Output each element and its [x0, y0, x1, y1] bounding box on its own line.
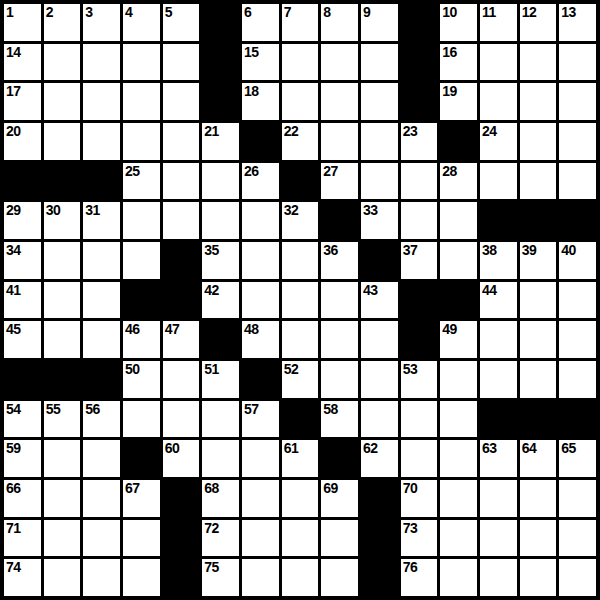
clue-number-39: 39 [522, 243, 537, 258]
open-cell-8-4[interactable]: 47 [163, 321, 200, 358]
clue-number-1: 1 [6, 5, 13, 20]
open-cell-3-9[interactable] [361, 123, 398, 160]
block-cell-3-6 [242, 123, 279, 160]
clue-number-76: 76 [403, 560, 418, 575]
open-cell-12-7[interactable] [282, 480, 319, 517]
open-cell-6-12[interactable]: 38 [480, 242, 517, 279]
open-cell-14-1[interactable] [44, 559, 81, 596]
clue-number-62: 62 [363, 441, 378, 456]
open-cell-12-13[interactable] [520, 480, 557, 517]
crossword-board: 1234567891011121314151617181920212223242… [0, 0, 600, 600]
open-cell-10-5[interactable] [202, 401, 239, 438]
open-cell-4-8[interactable]: 27 [321, 163, 358, 200]
clue-number-3: 3 [85, 5, 92, 20]
open-cell-0-11[interactable]: 10 [440, 4, 477, 41]
clue-number-25: 25 [125, 164, 140, 179]
open-cell-6-14[interactable]: 40 [559, 242, 596, 279]
open-cell-5-5[interactable] [202, 202, 239, 239]
open-cell-8-0[interactable]: 45 [4, 321, 41, 358]
clue-number-30: 30 [46, 203, 61, 218]
clue-number-21: 21 [204, 124, 219, 139]
clue-number-54: 54 [6, 402, 21, 417]
block-cell-2-5 [202, 83, 239, 120]
clue-number-69: 69 [323, 481, 338, 496]
open-cell-10-9[interactable] [361, 401, 398, 438]
open-cell-1-0[interactable]: 14 [4, 44, 41, 81]
open-cell-4-14[interactable] [559, 163, 596, 200]
open-cell-6-10[interactable]: 37 [401, 242, 438, 279]
clue-number-64: 64 [522, 441, 537, 456]
block-cell-10-14 [559, 401, 596, 438]
clue-number-60: 60 [165, 441, 180, 456]
open-cell-1-13[interactable] [520, 44, 557, 81]
open-cell-14-8[interactable] [321, 559, 358, 596]
open-cell-12-12[interactable] [480, 480, 517, 517]
clue-number-22: 22 [284, 124, 299, 139]
open-cell-7-6[interactable] [242, 282, 279, 319]
open-cell-8-6[interactable]: 48 [242, 321, 279, 358]
open-cell-5-4[interactable] [163, 202, 200, 239]
open-cell-12-10[interactable]: 70 [401, 480, 438, 517]
block-cell-9-0 [4, 361, 41, 398]
clue-number-47: 47 [165, 322, 180, 337]
open-cell-10-10[interactable] [401, 401, 438, 438]
open-cell-3-8[interactable] [321, 123, 358, 160]
open-cell-5-7[interactable]: 32 [282, 202, 319, 239]
open-cell-7-12[interactable]: 44 [480, 282, 517, 319]
open-cell-1-2[interactable] [83, 44, 120, 81]
open-cell-8-13[interactable] [520, 321, 557, 358]
open-cell-7-9[interactable]: 43 [361, 282, 398, 319]
clue-number-36: 36 [323, 243, 338, 258]
open-cell-2-3[interactable] [123, 83, 160, 120]
clue-number-11: 11 [482, 5, 496, 20]
block-cell-14-9 [361, 559, 398, 596]
open-cell-13-5[interactable]: 72 [202, 520, 239, 557]
open-cell-10-3[interactable] [123, 401, 160, 438]
open-cell-9-11[interactable] [440, 361, 477, 398]
clue-number-55: 55 [46, 402, 61, 417]
open-cell-4-6[interactable]: 26 [242, 163, 279, 200]
clue-number-23: 23 [403, 124, 418, 139]
open-cell-3-7[interactable]: 22 [282, 123, 319, 160]
open-cell-12-3[interactable]: 67 [123, 480, 160, 517]
open-cell-6-8[interactable]: 36 [321, 242, 358, 279]
open-cell-11-7[interactable]: 61 [282, 440, 319, 477]
clue-number-24: 24 [482, 124, 497, 139]
open-cell-7-5[interactable]: 42 [202, 282, 239, 319]
block-cell-9-6 [242, 361, 279, 398]
open-cell-5-10[interactable] [401, 202, 438, 239]
clue-number-59: 59 [6, 441, 21, 456]
open-cell-6-2[interactable] [83, 242, 120, 279]
open-cell-0-7[interactable]: 7 [282, 4, 319, 41]
open-cell-3-0[interactable]: 20 [4, 123, 41, 160]
clue-number-51: 51 [204, 362, 219, 377]
open-cell-6-13[interactable]: 39 [520, 242, 557, 279]
clue-number-50: 50 [125, 362, 140, 377]
clue-number-33: 33 [363, 203, 378, 218]
block-cell-12-4 [163, 480, 200, 517]
open-cell-2-8[interactable] [321, 83, 358, 120]
clue-number-16: 16 [442, 45, 457, 60]
open-cell-7-7[interactable] [282, 282, 319, 319]
open-cell-8-3[interactable]: 46 [123, 321, 160, 358]
open-cell-3-4[interactable] [163, 123, 200, 160]
open-cell-2-13[interactable] [520, 83, 557, 120]
open-cell-11-9[interactable]: 62 [361, 440, 398, 477]
open-cell-1-3[interactable] [123, 44, 160, 81]
open-cell-14-2[interactable] [83, 559, 120, 596]
open-cell-2-0[interactable]: 17 [4, 83, 41, 120]
clue-number-42: 42 [204, 283, 219, 298]
clue-number-52: 52 [284, 362, 299, 377]
open-cell-0-3[interactable]: 4 [123, 4, 160, 41]
clue-number-34: 34 [6, 243, 21, 258]
block-cell-9-1 [44, 361, 81, 398]
clue-number-9: 9 [363, 5, 370, 20]
block-cell-14-4 [163, 559, 200, 596]
open-cell-4-12[interactable] [480, 163, 517, 200]
open-cell-13-0[interactable]: 71 [4, 520, 41, 557]
clue-number-31: 31 [85, 203, 100, 218]
block-cell-4-0 [4, 163, 41, 200]
clue-number-29: 29 [6, 203, 21, 218]
open-cell-9-13[interactable] [520, 361, 557, 398]
open-cell-11-12[interactable]: 63 [480, 440, 517, 477]
open-cell-8-12[interactable] [480, 321, 517, 358]
block-cell-5-13 [520, 202, 557, 239]
open-cell-6-0[interactable]: 34 [4, 242, 41, 279]
open-cell-13-7[interactable] [282, 520, 319, 557]
block-cell-0-5 [202, 4, 239, 41]
clue-number-63: 63 [482, 441, 497, 456]
open-cell-7-1[interactable] [44, 282, 81, 319]
open-cell-10-1[interactable]: 55 [44, 401, 81, 438]
block-cell-8-10 [401, 321, 438, 358]
open-cell-9-10[interactable]: 53 [401, 361, 438, 398]
open-cell-9-5[interactable]: 51 [202, 361, 239, 398]
clue-number-49: 49 [442, 322, 457, 337]
clue-number-61: 61 [284, 441, 299, 456]
open-cell-8-7[interactable] [282, 321, 319, 358]
open-cell-6-1[interactable] [44, 242, 81, 279]
open-cell-11-11[interactable] [440, 440, 477, 477]
open-cell-2-11[interactable]: 19 [440, 83, 477, 120]
open-cell-9-8[interactable] [321, 361, 358, 398]
open-cell-11-0[interactable]: 59 [4, 440, 41, 477]
clue-number-57: 57 [244, 402, 259, 417]
open-cell-4-11[interactable]: 28 [440, 163, 477, 200]
open-cell-3-13[interactable] [520, 123, 557, 160]
open-cell-2-14[interactable] [559, 83, 596, 120]
clue-number-18: 18 [244, 84, 259, 99]
open-cell-4-4[interactable] [163, 163, 200, 200]
clue-number-17: 17 [6, 84, 21, 99]
block-cell-10-7 [282, 401, 319, 438]
block-cell-1-5 [202, 44, 239, 81]
open-cell-13-11[interactable] [440, 520, 477, 557]
open-cell-13-1[interactable] [44, 520, 81, 557]
clue-number-67: 67 [125, 481, 140, 496]
open-cell-11-13[interactable]: 64 [520, 440, 557, 477]
clue-number-65: 65 [561, 441, 576, 456]
clue-number-43: 43 [363, 283, 378, 298]
clue-number-53: 53 [403, 362, 418, 377]
clue-number-48: 48 [244, 322, 259, 337]
open-cell-9-3[interactable]: 50 [123, 361, 160, 398]
block-cell-7-10 [401, 282, 438, 319]
clue-number-14: 14 [6, 45, 21, 60]
open-cell-10-2[interactable]: 56 [83, 401, 120, 438]
open-cell-5-3[interactable] [123, 202, 160, 239]
block-cell-6-9 [361, 242, 398, 279]
open-cell-10-8[interactable]: 58 [321, 401, 358, 438]
clue-number-66: 66 [6, 481, 21, 496]
open-cell-5-0[interactable]: 29 [4, 202, 41, 239]
block-cell-8-5 [202, 321, 239, 358]
open-cell-12-14[interactable] [559, 480, 596, 517]
open-cell-8-1[interactable] [44, 321, 81, 358]
open-cell-13-8[interactable] [321, 520, 358, 557]
clue-number-10: 10 [442, 5, 457, 20]
clue-number-32: 32 [284, 203, 299, 218]
block-cell-1-10 [401, 44, 438, 81]
block-cell-4-2 [83, 163, 120, 200]
open-cell-1-14[interactable] [559, 44, 596, 81]
open-cell-14-11[interactable] [440, 559, 477, 596]
open-cell-6-6[interactable] [242, 242, 279, 279]
open-cell-2-6[interactable]: 18 [242, 83, 279, 120]
clue-number-27: 27 [323, 164, 338, 179]
block-cell-7-3 [123, 282, 160, 319]
open-cell-5-2[interactable]: 31 [83, 202, 120, 239]
open-cell-1-12[interactable] [480, 44, 517, 81]
clue-number-46: 46 [125, 322, 140, 337]
open-cell-14-0[interactable]: 74 [4, 559, 41, 596]
open-cell-10-11[interactable] [440, 401, 477, 438]
open-cell-13-2[interactable] [83, 520, 120, 557]
block-cell-11-8 [321, 440, 358, 477]
block-cell-6-4 [163, 242, 200, 279]
clue-number-68: 68 [204, 481, 219, 496]
open-cell-13-13[interactable] [520, 520, 557, 557]
open-cell-13-3[interactable] [123, 520, 160, 557]
open-cell-4-9[interactable] [361, 163, 398, 200]
clue-number-75: 75 [204, 560, 219, 575]
block-cell-5-12 [480, 202, 517, 239]
block-cell-5-14 [559, 202, 596, 239]
clue-number-38: 38 [482, 243, 497, 258]
block-cell-7-11 [440, 282, 477, 319]
open-cell-8-8[interactable] [321, 321, 358, 358]
block-cell-3-11 [440, 123, 477, 160]
clue-number-37: 37 [403, 243, 418, 258]
open-cell-3-3[interactable] [123, 123, 160, 160]
open-cell-5-9[interactable]: 33 [361, 202, 398, 239]
clue-number-35: 35 [204, 243, 219, 258]
clue-number-72: 72 [204, 521, 219, 536]
block-cell-9-2 [83, 361, 120, 398]
open-cell-14-12[interactable] [480, 559, 517, 596]
clue-number-4: 4 [125, 5, 132, 20]
open-cell-12-6[interactable] [242, 480, 279, 517]
clue-number-19: 19 [442, 84, 457, 99]
block-cell-12-9 [361, 480, 398, 517]
clue-number-56: 56 [85, 402, 100, 417]
open-cell-13-6[interactable] [242, 520, 279, 557]
clue-number-70: 70 [403, 481, 418, 496]
open-cell-0-12[interactable]: 11 [480, 4, 517, 41]
open-cell-6-3[interactable] [123, 242, 160, 279]
open-cell-1-1[interactable] [44, 44, 81, 81]
open-cell-13-12[interactable] [480, 520, 517, 557]
clue-number-73: 73 [403, 521, 418, 536]
open-cell-7-14[interactable] [559, 282, 596, 319]
clue-number-28: 28 [442, 164, 457, 179]
block-cell-10-13 [520, 401, 557, 438]
open-cell-12-8[interactable]: 69 [321, 480, 358, 517]
open-cell-2-2[interactable] [83, 83, 120, 120]
open-cell-14-5[interactable]: 75 [202, 559, 239, 596]
block-cell-10-12 [480, 401, 517, 438]
open-cell-3-1[interactable] [44, 123, 81, 160]
open-cell-8-9[interactable] [361, 321, 398, 358]
open-cell-11-14[interactable]: 65 [559, 440, 596, 477]
open-cell-13-10[interactable]: 73 [401, 520, 438, 557]
open-cell-6-11[interactable] [440, 242, 477, 279]
open-cell-0-13[interactable]: 12 [520, 4, 557, 41]
clue-number-71: 71 [6, 521, 21, 536]
block-cell-0-10 [401, 4, 438, 41]
open-cell-2-4[interactable] [163, 83, 200, 120]
open-cell-0-14[interactable]: 13 [559, 4, 596, 41]
clue-number-5: 5 [165, 5, 172, 20]
open-cell-11-4[interactable]: 60 [163, 440, 200, 477]
open-cell-14-10[interactable]: 76 [401, 559, 438, 596]
open-cell-4-13[interactable] [520, 163, 557, 200]
clue-number-15: 15 [244, 45, 259, 60]
open-cell-3-10[interactable]: 23 [401, 123, 438, 160]
open-cell-5-1[interactable]: 30 [44, 202, 81, 239]
open-cell-11-1[interactable] [44, 440, 81, 477]
open-cell-3-5[interactable]: 21 [202, 123, 239, 160]
open-cell-14-3[interactable] [123, 559, 160, 596]
open-cell-14-14[interactable] [559, 559, 596, 596]
open-cell-9-9[interactable] [361, 361, 398, 398]
open-cell-2-1[interactable] [44, 83, 81, 120]
clue-number-7: 7 [284, 5, 291, 20]
open-cell-5-11[interactable] [440, 202, 477, 239]
open-cell-0-8[interactable]: 8 [321, 4, 358, 41]
open-cell-1-11[interactable]: 16 [440, 44, 477, 81]
open-cell-6-7[interactable] [282, 242, 319, 279]
open-cell-0-1[interactable]: 2 [44, 4, 81, 41]
clue-number-41: 41 [6, 283, 21, 298]
open-cell-9-12[interactable] [480, 361, 517, 398]
open-cell-7-2[interactable] [83, 282, 120, 319]
open-cell-11-10[interactable] [401, 440, 438, 477]
open-cell-9-4[interactable] [163, 361, 200, 398]
clue-number-45: 45 [6, 322, 21, 337]
open-cell-8-14[interactable] [559, 321, 596, 358]
open-cell-4-3[interactable]: 25 [123, 163, 160, 200]
open-cell-0-9[interactable]: 9 [361, 4, 398, 41]
open-cell-1-9[interactable] [361, 44, 398, 81]
clue-number-44: 44 [482, 283, 497, 298]
clue-number-6: 6 [244, 5, 251, 20]
open-cell-8-2[interactable] [83, 321, 120, 358]
open-cell-12-0[interactable]: 66 [4, 480, 41, 517]
open-cell-4-5[interactable] [202, 163, 239, 200]
open-cell-10-6[interactable]: 57 [242, 401, 279, 438]
open-cell-4-10[interactable] [401, 163, 438, 200]
open-cell-9-14[interactable] [559, 361, 596, 398]
open-cell-14-13[interactable] [520, 559, 557, 596]
open-cell-3-14[interactable] [559, 123, 596, 160]
open-cell-10-4[interactable] [163, 401, 200, 438]
clue-number-20: 20 [6, 124, 21, 139]
open-cell-12-5[interactable]: 68 [202, 480, 239, 517]
open-cell-11-6[interactable] [242, 440, 279, 477]
clue-number-74: 74 [6, 560, 21, 575]
open-cell-2-7[interactable] [282, 83, 319, 120]
open-cell-0-2[interactable]: 3 [83, 4, 120, 41]
open-cell-12-11[interactable] [440, 480, 477, 517]
open-cell-1-6[interactable]: 15 [242, 44, 279, 81]
block-cell-4-7 [282, 163, 319, 200]
open-cell-12-1[interactable] [44, 480, 81, 517]
open-cell-1-4[interactable] [163, 44, 200, 81]
open-cell-7-13[interactable] [520, 282, 557, 319]
open-cell-13-14[interactable] [559, 520, 596, 557]
block-cell-7-4 [163, 282, 200, 319]
open-cell-9-7[interactable]: 52 [282, 361, 319, 398]
block-cell-13-9 [361, 520, 398, 557]
clue-number-58: 58 [323, 402, 338, 417]
open-cell-7-8[interactable] [321, 282, 358, 319]
open-cell-2-9[interactable] [361, 83, 398, 120]
open-cell-3-12[interactable]: 24 [480, 123, 517, 160]
open-cell-5-6[interactable] [242, 202, 279, 239]
open-cell-0-4[interactable]: 5 [163, 4, 200, 41]
open-cell-14-7[interactable] [282, 559, 319, 596]
open-cell-2-12[interactable] [480, 83, 517, 120]
clue-number-8: 8 [323, 5, 330, 20]
clue-number-40: 40 [561, 243, 576, 258]
open-cell-12-2[interactable] [83, 480, 120, 517]
open-cell-0-0[interactable]: 1 [4, 4, 41, 41]
open-cell-6-5[interactable]: 35 [202, 242, 239, 279]
open-cell-8-11[interactable]: 49 [440, 321, 477, 358]
open-cell-11-5[interactable] [202, 440, 239, 477]
clue-number-26: 26 [244, 164, 259, 179]
open-cell-0-6[interactable]: 6 [242, 4, 279, 41]
open-cell-1-7[interactable] [282, 44, 319, 81]
block-cell-13-4 [163, 520, 200, 557]
open-cell-14-6[interactable] [242, 559, 279, 596]
open-cell-10-0[interactable]: 54 [4, 401, 41, 438]
clue-number-13: 13 [561, 5, 576, 20]
block-cell-5-8 [321, 202, 358, 239]
clue-number-2: 2 [46, 5, 53, 20]
open-cell-1-8[interactable] [321, 44, 358, 81]
open-cell-11-2[interactable] [83, 440, 120, 477]
open-cell-3-2[interactable] [83, 123, 120, 160]
open-cell-7-0[interactable]: 41 [4, 282, 41, 319]
block-cell-11-3 [123, 440, 160, 477]
block-cell-4-1 [44, 163, 81, 200]
